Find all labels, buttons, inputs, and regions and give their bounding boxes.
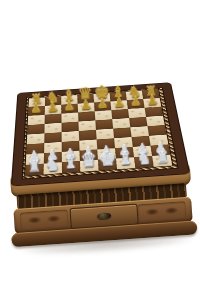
chess-set: ♜♞♝♛♚♝♞♜♟♟♟♟♟♟♟♟♟♟♟♟♟♟♟♟♜♞♝♛♚♝♞♜ bbox=[3, 66, 197, 278]
chess-piece: ♜ bbox=[142, 84, 159, 98]
board-square: ♞ bbox=[44, 162, 62, 174]
board-square: ♞ bbox=[134, 156, 154, 168]
mosaic-inlay-border: ♜♞♝♛♚♝♞♜♟♟♟♟♟♟♟♟♟♟♟♟♟♟♟♟♜♞♝♛♚♝♞♜ bbox=[22, 88, 179, 180]
chess-piece: ♚ bbox=[93, 83, 111, 102]
board-square: ♜ bbox=[152, 155, 172, 167]
board-square: ♚ bbox=[98, 159, 117, 171]
chess-board: ♜♞♝♛♚♝♞♜♟♟♟♟♟♟♟♟♟♟♟♟♟♟♟♟♜♞♝♛♚♝♞♜ bbox=[12, 83, 189, 186]
board-square: ♜ bbox=[25, 164, 44, 176]
board-grid: ♜♞♝♛♚♝♞♜♟♟♟♟♟♟♟♟♟♟♟♟♟♟♟♟♜♞♝♛♚♝♞♜ bbox=[25, 89, 172, 175]
board-square: ♝ bbox=[116, 157, 135, 169]
board-perspective-wrapper: ♜♞♝♛♚♝♞♜♟♟♟♟♟♟♟♟♟♟♟♟♟♟♟♟♜♞♝♛♚♝♞♜ bbox=[18, 83, 180, 245]
chess-piece: ♜ bbox=[28, 92, 45, 106]
chess-piece: ♝ bbox=[109, 84, 126, 100]
chess-piece: ♛ bbox=[77, 86, 95, 104]
chess-piece: ♞ bbox=[44, 90, 61, 105]
chess-piece: ♝ bbox=[60, 88, 77, 104]
board-square: ♝ bbox=[62, 161, 80, 173]
product-photo: ♜♞♝♛♚♝♞♜♟♟♟♟♟♟♟♟♟♟♟♟♟♟♟♟♜♞♝♛♚♝♞♜ bbox=[0, 0, 200, 300]
board-square: ♛ bbox=[80, 160, 99, 172]
chess-piece: ♞ bbox=[126, 84, 143, 99]
